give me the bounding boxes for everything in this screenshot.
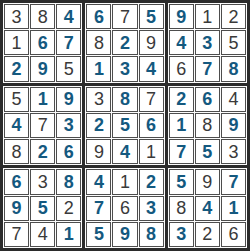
cell-r2c9[interactable]: 5 — [221, 30, 246, 55]
cell-r2c8[interactable]: 3 — [195, 30, 220, 55]
cell-r3c5[interactable]: 3 — [112, 56, 137, 81]
cell-r2c2[interactable]: 6 — [30, 30, 55, 55]
cell-r5c2[interactable]: 7 — [30, 113, 55, 138]
cell-r4c6[interactable]: 7 — [139, 87, 164, 112]
cell-r4c7[interactable]: 2 — [169, 87, 194, 112]
cell-r6c2[interactable]: 2 — [30, 139, 55, 164]
cell-r9c8[interactable]: 2 — [195, 222, 220, 247]
cell-r2c4[interactable]: 8 — [86, 30, 111, 55]
cell-r9c5[interactable]: 9 — [112, 222, 137, 247]
cell-r3c7[interactable]: 6 — [169, 56, 194, 81]
sudoku-box-5: 387256941 — [85, 86, 164, 166]
cell-r3c4[interactable]: 1 — [86, 56, 111, 81]
cell-r7c7[interactable]: 5 — [169, 169, 194, 194]
cell-r6c5[interactable]: 4 — [112, 139, 137, 164]
cell-r5c5[interactable]: 5 — [112, 113, 137, 138]
cell-r4c1[interactable]: 5 — [4, 87, 29, 112]
cell-r3c2[interactable]: 9 — [30, 56, 55, 81]
cell-r9c9[interactable]: 6 — [221, 222, 246, 247]
cell-r1c7[interactable]: 9 — [169, 4, 194, 29]
cell-r1c6[interactable]: 5 — [139, 4, 164, 29]
cell-r5c4[interactable]: 2 — [86, 113, 111, 138]
cell-r5c7[interactable]: 1 — [169, 113, 194, 138]
cell-r3c8[interactable]: 7 — [195, 56, 220, 81]
cell-r4c9[interactable]: 4 — [221, 87, 246, 112]
cell-r1c4[interactable]: 6 — [86, 4, 111, 29]
cell-r3c1[interactable]: 2 — [4, 56, 29, 81]
cell-r5c8[interactable]: 8 — [195, 113, 220, 138]
cell-r7c8[interactable]: 9 — [195, 169, 220, 194]
cell-r3c9[interactable]: 8 — [221, 56, 246, 81]
cell-r5c3[interactable]: 3 — [56, 113, 81, 138]
cell-r4c3[interactable]: 9 — [56, 87, 81, 112]
cell-r8c2[interactable]: 5 — [30, 196, 55, 221]
sudoku-box-6: 264189753 — [168, 86, 247, 166]
cell-r9c7[interactable]: 3 — [169, 222, 194, 247]
cell-r3c6[interactable]: 4 — [139, 56, 164, 81]
cell-r5c9[interactable]: 9 — [221, 113, 246, 138]
cell-r6c9[interactable]: 3 — [221, 139, 246, 164]
cell-r6c8[interactable]: 5 — [195, 139, 220, 164]
cell-r7c5[interactable]: 1 — [112, 169, 137, 194]
sudoku-box-1: 384167295 — [3, 3, 82, 83]
sudoku-box-9: 597841326 — [168, 168, 247, 248]
cell-r4c5[interactable]: 8 — [112, 87, 137, 112]
cell-r8c7[interactable]: 8 — [169, 196, 194, 221]
cell-r9c1[interactable]: 7 — [4, 222, 29, 247]
cell-r9c3[interactable]: 1 — [56, 222, 81, 247]
cell-r4c2[interactable]: 1 — [30, 87, 55, 112]
cell-r7c2[interactable]: 3 — [30, 169, 55, 194]
cell-r2c7[interactable]: 4 — [169, 30, 194, 55]
cell-r1c9[interactable]: 2 — [221, 4, 246, 29]
cell-r2c3[interactable]: 7 — [56, 30, 81, 55]
cell-r4c4[interactable]: 3 — [86, 87, 111, 112]
cell-r9c2[interactable]: 4 — [30, 222, 55, 247]
cell-r9c4[interactable]: 5 — [86, 222, 111, 247]
cell-r6c3[interactable]: 6 — [56, 139, 81, 164]
sudoku-board: 3841672956758291349124356785194738263872… — [0, 0, 250, 251]
cell-r6c6[interactable]: 1 — [139, 139, 164, 164]
cell-r1c1[interactable]: 3 — [4, 4, 29, 29]
sudoku-box-4: 519473826 — [3, 86, 82, 166]
cell-r2c6[interactable]: 9 — [139, 30, 164, 55]
sudoku-box-7: 638952741 — [3, 168, 82, 248]
cell-r8c4[interactable]: 7 — [86, 196, 111, 221]
cell-r6c7[interactable]: 7 — [169, 139, 194, 164]
cell-r1c2[interactable]: 8 — [30, 4, 55, 29]
cell-r7c3[interactable]: 8 — [56, 169, 81, 194]
sudoku-box-2: 675829134 — [85, 3, 164, 83]
cell-r5c6[interactable]: 6 — [139, 113, 164, 138]
cell-r5c1[interactable]: 4 — [4, 113, 29, 138]
cell-r7c6[interactable]: 2 — [139, 169, 164, 194]
cell-r8c8[interactable]: 4 — [195, 196, 220, 221]
cell-r4c8[interactable]: 6 — [195, 87, 220, 112]
cell-r8c1[interactable]: 9 — [4, 196, 29, 221]
cell-r8c5[interactable]: 6 — [112, 196, 137, 221]
cell-r7c9[interactable]: 7 — [221, 169, 246, 194]
cell-r6c1[interactable]: 8 — [4, 139, 29, 164]
cell-r6c4[interactable]: 9 — [86, 139, 111, 164]
cell-r7c1[interactable]: 6 — [4, 169, 29, 194]
sudoku-box-3: 912435678 — [168, 3, 247, 83]
cell-r2c5[interactable]: 2 — [112, 30, 137, 55]
cell-r1c5[interactable]: 7 — [112, 4, 137, 29]
cell-r3c3[interactable]: 5 — [56, 56, 81, 81]
sudoku-box-8: 412763598 — [85, 168, 164, 248]
cell-r2c1[interactable]: 1 — [4, 30, 29, 55]
cell-r9c6[interactable]: 8 — [139, 222, 164, 247]
cell-r1c8[interactable]: 1 — [195, 4, 220, 29]
cell-r1c3[interactable]: 4 — [56, 4, 81, 29]
cell-r8c6[interactable]: 3 — [139, 196, 164, 221]
cell-r8c9[interactable]: 1 — [221, 196, 246, 221]
cell-r7c4[interactable]: 4 — [86, 169, 111, 194]
cell-r8c3[interactable]: 2 — [56, 196, 81, 221]
